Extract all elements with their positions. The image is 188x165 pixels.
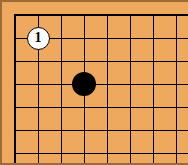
grid-line-vertical [176,14,177,165]
grid-line-vertical [61,14,62,165]
grid-line-vertical [107,14,108,165]
grid-line-vertical [153,14,154,165]
black-stone [72,72,96,96]
grid-line-horizontal [14,153,188,154]
go-board-diagram: 1 [0,0,188,165]
grid-line-horizontal [14,61,188,62]
grid-line-horizontal [14,107,188,108]
stone-move-number: 1 [35,31,42,45]
white-stone-1: 1 [27,27,50,50]
go-board[interactable]: 1 [2,2,188,163]
grid-line-horizontal [14,84,188,85]
grid-line-horizontal [14,130,188,131]
grid-line-vertical [130,14,131,165]
board-edge-line-vertical [14,14,16,165]
board-edge-line-horizontal [14,14,188,16]
